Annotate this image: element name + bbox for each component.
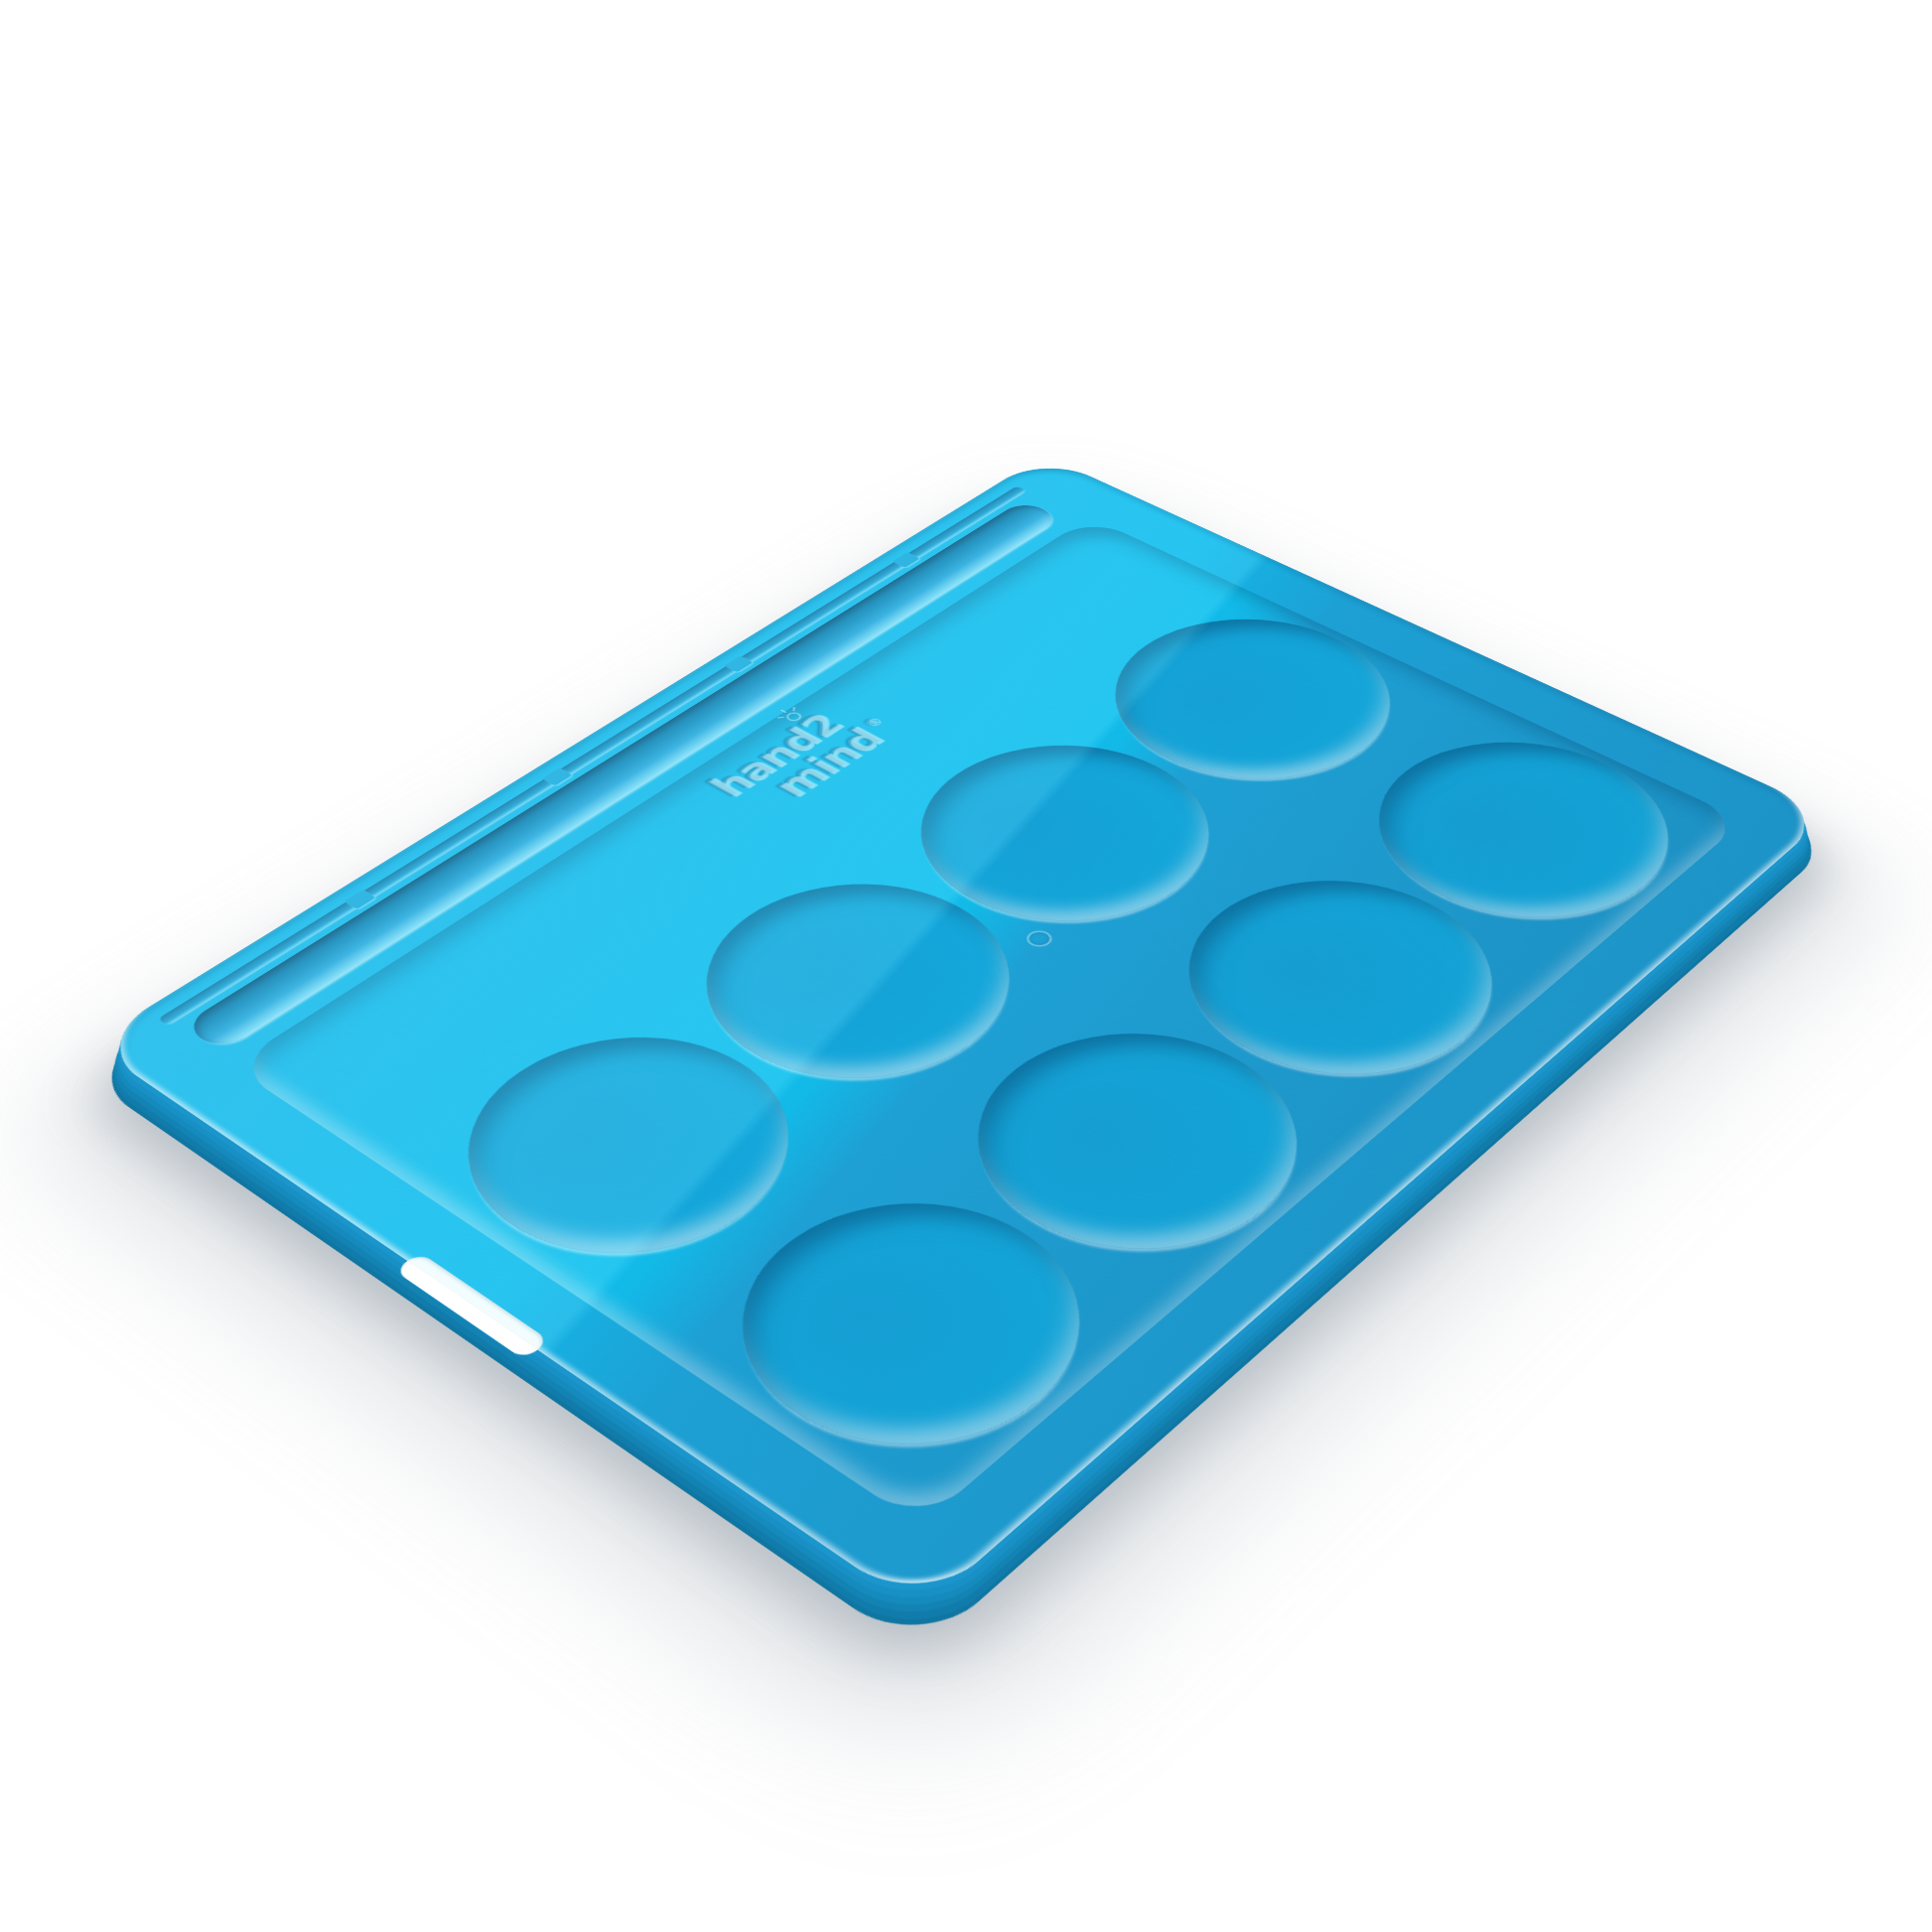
wells-grid: [231, 517, 1744, 1526]
thumb-notch-cutout: [394, 1252, 550, 1359]
product-photo-scene: hand2 mind®: [0, 0, 1932, 1932]
sorting-tray: hand2 mind®: [89, 455, 1831, 1611]
tray-3d-stage: hand2 mind®: [89, 455, 1831, 1611]
tray-floor: hand2 mind®: [231, 517, 1744, 1526]
